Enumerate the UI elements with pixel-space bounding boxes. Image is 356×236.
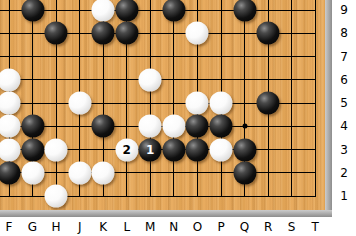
black-stone-N9[interactable] bbox=[162, 0, 185, 22]
black-stone-Q9[interactable] bbox=[233, 0, 256, 22]
black-stone-K8[interactable] bbox=[92, 22, 115, 45]
black-stone-N3[interactable] bbox=[162, 138, 185, 161]
row-label-9: 9 bbox=[332, 2, 356, 18]
black-stone-G3[interactable] bbox=[21, 138, 44, 161]
goban-surface[interactable]: 21 bbox=[0, 0, 325, 210]
grid-column-line-S bbox=[291, 0, 292, 197]
column-label-K: K bbox=[94, 219, 112, 235]
black-stone-O3[interactable] bbox=[186, 138, 209, 161]
grid-row-line-2 bbox=[0, 172, 316, 173]
white-stone-M6[interactable] bbox=[139, 68, 162, 91]
row-label-8: 8 bbox=[332, 25, 356, 41]
black-stone-H8[interactable] bbox=[45, 22, 68, 45]
black-stone-O4[interactable] bbox=[186, 115, 209, 138]
go-diagram: 21 987654321 FGHJKLMNOPQRST bbox=[0, 0, 356, 236]
row-coordinate-gutter: 987654321 bbox=[332, 0, 356, 236]
column-label-O: O bbox=[188, 219, 206, 235]
move-number-label: 1 bbox=[146, 144, 154, 156]
white-stone-N4[interactable] bbox=[162, 115, 185, 138]
column-label-P: P bbox=[212, 219, 230, 235]
board-edge-right bbox=[325, 0, 332, 217]
row-label-5: 5 bbox=[332, 95, 356, 111]
white-stone-O5[interactable] bbox=[186, 92, 209, 115]
grid-column-line-T bbox=[315, 0, 316, 197]
black-stone-L8[interactable] bbox=[115, 22, 138, 45]
column-coordinate-gutter: FGHJKLMNOPQRST bbox=[0, 217, 332, 236]
white-stone-K2[interactable] bbox=[92, 161, 115, 184]
row-label-2: 2 bbox=[332, 165, 356, 181]
row-label-7: 7 bbox=[332, 49, 356, 65]
white-stone-F3[interactable] bbox=[0, 138, 21, 161]
row-label-6: 6 bbox=[332, 72, 356, 88]
board-edge-bottom bbox=[0, 210, 332, 217]
white-stone-P3[interactable] bbox=[209, 138, 232, 161]
white-stone-H3[interactable] bbox=[45, 138, 68, 161]
column-label-S: S bbox=[283, 219, 301, 235]
white-stone-O8[interactable] bbox=[186, 22, 209, 45]
white-stone-G2[interactable] bbox=[21, 161, 44, 184]
black-stone-L9[interactable] bbox=[115, 0, 138, 22]
black-stone-R8[interactable] bbox=[257, 22, 280, 45]
column-label-N: N bbox=[165, 219, 183, 235]
row-label-3: 3 bbox=[332, 142, 356, 158]
white-stone-P5[interactable] bbox=[209, 92, 232, 115]
column-label-J: J bbox=[71, 219, 89, 235]
column-label-G: G bbox=[24, 219, 42, 235]
white-stone-H1[interactable] bbox=[45, 185, 68, 208]
column-label-L: L bbox=[118, 219, 136, 235]
grid-column-line-M bbox=[150, 0, 151, 197]
white-stone-K9[interactable] bbox=[92, 0, 115, 22]
black-stone-G9[interactable] bbox=[21, 0, 44, 22]
row-label-1: 1 bbox=[332, 188, 356, 204]
star-point-Q4 bbox=[242, 124, 247, 129]
white-stone-F6[interactable] bbox=[0, 68, 21, 91]
black-stone-Q3[interactable] bbox=[233, 138, 256, 161]
grid-column-line-N bbox=[173, 0, 174, 197]
black-stone-Q2[interactable] bbox=[233, 161, 256, 184]
white-stone-M4[interactable] bbox=[139, 115, 162, 138]
column-label-T: T bbox=[306, 219, 324, 235]
white-stone-F5[interactable] bbox=[0, 92, 21, 115]
move-number-label: 2 bbox=[123, 144, 131, 156]
black-stone-R5[interactable] bbox=[257, 92, 280, 115]
white-stone-J2[interactable] bbox=[68, 161, 91, 184]
black-stone-G4[interactable] bbox=[21, 115, 44, 138]
white-stone-L3[interactable]: 2 bbox=[115, 138, 138, 161]
black-stone-P4[interactable] bbox=[209, 115, 232, 138]
grid-row-line-9 bbox=[0, 10, 316, 11]
white-stone-J5[interactable] bbox=[68, 92, 91, 115]
black-stone-M3[interactable]: 1 bbox=[139, 138, 162, 161]
column-label-H: H bbox=[47, 219, 65, 235]
black-stone-K4[interactable] bbox=[92, 115, 115, 138]
black-stone-F2[interactable] bbox=[0, 161, 21, 184]
column-label-Q: Q bbox=[236, 219, 254, 235]
column-label-M: M bbox=[141, 219, 159, 235]
white-stone-F4[interactable] bbox=[0, 115, 21, 138]
row-label-4: 4 bbox=[332, 118, 356, 134]
column-label-F: F bbox=[0, 219, 18, 235]
grid-row-line-7 bbox=[0, 56, 316, 57]
column-label-R: R bbox=[259, 219, 277, 235]
